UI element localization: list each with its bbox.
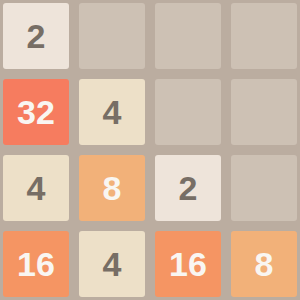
tile-8: 8 [231,231,297,297]
tile-2: 2 [155,155,221,221]
tile-8: 8 [79,155,145,221]
empty-cell [231,155,297,221]
tile-4: 4 [79,79,145,145]
tile-4: 4 [79,231,145,297]
empty-cell [155,79,221,145]
empty-cell [79,3,145,69]
tile-4: 4 [3,155,69,221]
empty-cell [231,3,297,69]
empty-cell [231,79,297,145]
tile-32: 32 [3,79,69,145]
tile-16: 16 [155,231,221,297]
tile-2: 2 [3,3,69,69]
game-board-2048[interactable]: 2324482164168 [0,0,300,300]
empty-cell [155,3,221,69]
tile-16: 16 [3,231,69,297]
